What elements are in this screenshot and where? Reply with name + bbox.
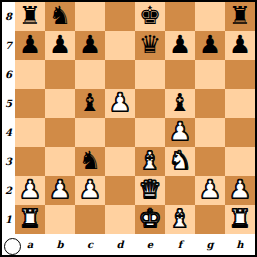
white-pawn-piece: ♟ [169, 119, 191, 144]
black-pawn-piece: ♟ [229, 32, 251, 57]
square-a4[interactable] [15, 118, 45, 147]
chess-board-diagram: 8♜♞♚♜7♟♟♟♛♟♟♟65♝♟♝4♟3♞♝♞2♟♟♟♛♟♟1♜♚♝♜abcd… [0, 0, 257, 257]
square-c1[interactable] [75, 205, 105, 234]
square-f7[interactable]: ♟ [165, 31, 195, 60]
white-pawn-piece: ♟ [229, 177, 251, 202]
square-e4[interactable] [135, 118, 165, 147]
square-a1[interactable]: ♜ [15, 205, 45, 234]
white-to-move-indicator [4, 238, 21, 255]
square-h7[interactable]: ♟ [225, 31, 255, 60]
square-f8[interactable] [165, 2, 195, 31]
white-rook-piece: ♜ [229, 206, 251, 231]
square-h3[interactable] [225, 147, 255, 176]
black-knight-piece: ♞ [49, 3, 71, 28]
square-g8[interactable] [195, 2, 225, 31]
square-e8[interactable]: ♚ [135, 2, 165, 31]
square-g5[interactable] [195, 89, 225, 118]
square-b4[interactable] [45, 118, 75, 147]
white-king-piece: ♚ [139, 206, 161, 231]
file-label-d: d [105, 234, 135, 255]
rank-label-6: 6 [2, 60, 15, 89]
square-a3[interactable] [15, 147, 45, 176]
square-e3[interactable]: ♝ [135, 147, 165, 176]
rank-label-4: 4 [2, 118, 15, 147]
square-h4[interactable] [225, 118, 255, 147]
square-b6[interactable] [45, 60, 75, 89]
black-rook-piece: ♜ [19, 3, 41, 28]
square-h8[interactable]: ♜ [225, 2, 255, 31]
square-a5[interactable] [15, 89, 45, 118]
square-d2[interactable] [105, 176, 135, 205]
square-h6[interactable] [225, 60, 255, 89]
rank-label-2: 2 [2, 176, 15, 205]
black-bishop-piece: ♝ [79, 90, 101, 115]
square-b2[interactable]: ♟ [45, 176, 75, 205]
square-b8[interactable]: ♞ [45, 2, 75, 31]
square-b1[interactable] [45, 205, 75, 234]
square-e5[interactable] [135, 89, 165, 118]
black-pawn-piece: ♟ [79, 32, 101, 57]
square-h5[interactable] [225, 89, 255, 118]
rank-label-3: 3 [2, 147, 15, 176]
square-g4[interactable] [195, 118, 225, 147]
black-knight-piece: ♞ [79, 148, 101, 173]
file-label-b: b [45, 234, 75, 255]
square-b5[interactable] [45, 89, 75, 118]
black-pawn-piece: ♟ [49, 32, 71, 57]
rank-label-8: 8 [2, 2, 15, 31]
white-pawn-piece: ♟ [109, 90, 131, 115]
square-f6[interactable] [165, 60, 195, 89]
square-c3[interactable]: ♞ [75, 147, 105, 176]
square-h2[interactable]: ♟ [225, 176, 255, 205]
white-pawn-piece: ♟ [49, 177, 71, 202]
square-a2[interactable]: ♟ [15, 176, 45, 205]
black-king-piece: ♚ [139, 3, 161, 28]
square-c6[interactable] [75, 60, 105, 89]
file-label-g: g [195, 234, 225, 255]
square-d3[interactable] [105, 147, 135, 176]
square-c4[interactable] [75, 118, 105, 147]
white-knight-piece: ♞ [169, 148, 191, 173]
square-e2[interactable]: ♛ [135, 176, 165, 205]
file-label-c: c [75, 234, 105, 255]
black-rook-piece: ♜ [229, 3, 251, 28]
square-d6[interactable] [105, 60, 135, 89]
square-a7[interactable]: ♟ [15, 31, 45, 60]
white-pawn-piece: ♟ [199, 177, 221, 202]
square-d4[interactable] [105, 118, 135, 147]
square-f2[interactable] [165, 176, 195, 205]
file-label-f: f [165, 234, 195, 255]
rank-label-1: 1 [2, 205, 15, 234]
file-label-h: h [225, 234, 255, 255]
square-d7[interactable] [105, 31, 135, 60]
square-e1[interactable]: ♚ [135, 205, 165, 234]
rank-label-5: 5 [2, 89, 15, 118]
black-queen-piece: ♛ [139, 32, 161, 57]
square-b7[interactable]: ♟ [45, 31, 75, 60]
square-g6[interactable] [195, 60, 225, 89]
black-pawn-piece: ♟ [199, 32, 221, 57]
black-bishop-piece: ♝ [169, 90, 191, 115]
square-h1[interactable]: ♜ [225, 205, 255, 234]
file-label-e: e [135, 234, 165, 255]
square-f1[interactable]: ♝ [165, 205, 195, 234]
square-d1[interactable] [105, 205, 135, 234]
white-bishop-piece: ♝ [139, 148, 161, 173]
white-bishop-piece: ♝ [169, 206, 191, 231]
white-pawn-piece: ♟ [19, 177, 41, 202]
square-c8[interactable] [75, 2, 105, 31]
black-pawn-piece: ♟ [19, 32, 41, 57]
square-e7[interactable]: ♛ [135, 31, 165, 60]
square-c7[interactable]: ♟ [75, 31, 105, 60]
white-rook-piece: ♜ [19, 206, 41, 231]
square-a6[interactable] [15, 60, 45, 89]
square-b3[interactable] [45, 147, 75, 176]
black-pawn-piece: ♟ [169, 32, 191, 57]
square-c5[interactable]: ♝ [75, 89, 105, 118]
square-a8[interactable]: ♜ [15, 2, 45, 31]
square-f5[interactable]: ♝ [165, 89, 195, 118]
square-g1[interactable] [195, 205, 225, 234]
white-pawn-piece: ♟ [79, 177, 101, 202]
rank-label-7: 7 [2, 31, 15, 60]
square-d8[interactable] [105, 2, 135, 31]
square-f3[interactable]: ♞ [165, 147, 195, 176]
square-g2[interactable]: ♟ [195, 176, 225, 205]
white-queen-piece: ♛ [139, 177, 161, 202]
square-g7[interactable]: ♟ [195, 31, 225, 60]
square-g3[interactable] [195, 147, 225, 176]
square-f4[interactable]: ♟ [165, 118, 195, 147]
square-e6[interactable] [135, 60, 165, 89]
square-d5[interactable]: ♟ [105, 89, 135, 118]
square-c2[interactable]: ♟ [75, 176, 105, 205]
